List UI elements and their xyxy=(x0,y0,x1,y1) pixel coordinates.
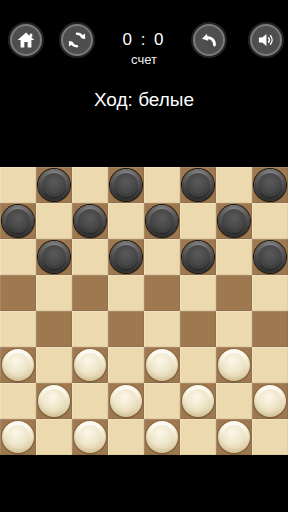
square-d1 xyxy=(108,419,144,455)
square-e8 xyxy=(144,167,180,203)
square-b6[interactable] xyxy=(36,239,72,275)
restart-icon xyxy=(67,30,87,50)
square-g4 xyxy=(216,311,252,347)
restart-button[interactable] xyxy=(61,24,93,56)
square-d2[interactable] xyxy=(108,383,144,419)
square-d6[interactable] xyxy=(108,239,144,275)
square-c4 xyxy=(72,311,108,347)
white-piece[interactable] xyxy=(74,349,106,381)
black-piece[interactable] xyxy=(110,169,142,201)
white-piece[interactable] xyxy=(254,385,286,417)
square-b1 xyxy=(36,419,72,455)
square-e1[interactable] xyxy=(144,419,180,455)
white-piece[interactable] xyxy=(38,385,70,417)
white-piece[interactable] xyxy=(2,421,34,453)
square-c8 xyxy=(72,167,108,203)
square-c1[interactable] xyxy=(72,419,108,455)
square-c7[interactable] xyxy=(72,203,108,239)
square-h7 xyxy=(252,203,288,239)
square-a6 xyxy=(0,239,36,275)
white-piece[interactable] xyxy=(74,421,106,453)
square-a4 xyxy=(0,311,36,347)
square-b4[interactable] xyxy=(36,311,72,347)
square-h8[interactable] xyxy=(252,167,288,203)
black-piece[interactable] xyxy=(2,205,34,237)
white-piece[interactable] xyxy=(218,349,250,381)
square-h1 xyxy=(252,419,288,455)
square-b8[interactable] xyxy=(36,167,72,203)
square-f7 xyxy=(180,203,216,239)
square-g1[interactable] xyxy=(216,419,252,455)
white-piece[interactable] xyxy=(218,421,250,453)
black-piece[interactable] xyxy=(254,241,286,273)
black-piece[interactable] xyxy=(254,169,286,201)
square-d8[interactable] xyxy=(108,167,144,203)
home-icon xyxy=(16,30,36,50)
square-c6 xyxy=(72,239,108,275)
score-value: 0 : 0 xyxy=(96,30,192,50)
white-piece[interactable] xyxy=(2,349,34,381)
white-piece[interactable] xyxy=(146,349,178,381)
black-piece[interactable] xyxy=(110,241,142,273)
square-g3[interactable] xyxy=(216,347,252,383)
square-g7[interactable] xyxy=(216,203,252,239)
black-piece[interactable] xyxy=(182,241,214,273)
square-f3 xyxy=(180,347,216,383)
square-b3 xyxy=(36,347,72,383)
square-e6 xyxy=(144,239,180,275)
square-e7[interactable] xyxy=(144,203,180,239)
square-c3[interactable] xyxy=(72,347,108,383)
square-f2[interactable] xyxy=(180,383,216,419)
square-a3[interactable] xyxy=(0,347,36,383)
black-piece[interactable] xyxy=(146,205,178,237)
turn-status: Ход: белые xyxy=(0,88,288,112)
square-d5 xyxy=(108,275,144,311)
score-label: счет xyxy=(96,52,192,68)
white-piece[interactable] xyxy=(110,385,142,417)
square-b2[interactable] xyxy=(36,383,72,419)
square-c2 xyxy=(72,383,108,419)
square-a5[interactable] xyxy=(0,275,36,311)
undo-button[interactable] xyxy=(193,24,225,56)
square-f6[interactable] xyxy=(180,239,216,275)
square-e4 xyxy=(144,311,180,347)
square-f4[interactable] xyxy=(180,311,216,347)
square-g8 xyxy=(216,167,252,203)
square-h6[interactable] xyxy=(252,239,288,275)
square-a7[interactable] xyxy=(0,203,36,239)
square-h2[interactable] xyxy=(252,383,288,419)
square-f1 xyxy=(180,419,216,455)
board xyxy=(0,167,288,455)
square-d7 xyxy=(108,203,144,239)
square-a1[interactable] xyxy=(0,419,36,455)
square-h4[interactable] xyxy=(252,311,288,347)
square-e2 xyxy=(144,383,180,419)
square-d3 xyxy=(108,347,144,383)
square-h3 xyxy=(252,347,288,383)
square-g2 xyxy=(216,383,252,419)
square-e5[interactable] xyxy=(144,275,180,311)
square-b7 xyxy=(36,203,72,239)
square-f5 xyxy=(180,275,216,311)
square-b5 xyxy=(36,275,72,311)
black-piece[interactable] xyxy=(182,169,214,201)
speaker-icon xyxy=(256,30,276,50)
black-piece[interactable] xyxy=(38,241,70,273)
home-button[interactable] xyxy=(10,24,42,56)
square-c5[interactable] xyxy=(72,275,108,311)
square-h5 xyxy=(252,275,288,311)
square-f8[interactable] xyxy=(180,167,216,203)
square-e3[interactable] xyxy=(144,347,180,383)
white-piece[interactable] xyxy=(182,385,214,417)
sound-button[interactable] xyxy=(250,24,282,56)
square-g5[interactable] xyxy=(216,275,252,311)
black-piece[interactable] xyxy=(218,205,250,237)
black-piece[interactable] xyxy=(74,205,106,237)
square-a8 xyxy=(0,167,36,203)
black-piece[interactable] xyxy=(38,169,70,201)
white-piece[interactable] xyxy=(146,421,178,453)
square-a2 xyxy=(0,383,36,419)
square-g6 xyxy=(216,239,252,275)
square-d4[interactable] xyxy=(108,311,144,347)
undo-arrow-icon xyxy=(199,30,219,50)
scoreboard: 0 : 0 счет xyxy=(96,30,192,68)
